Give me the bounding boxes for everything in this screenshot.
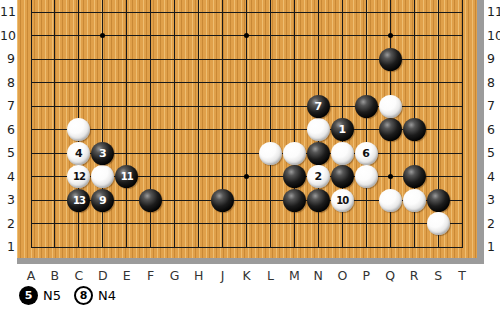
row-label-right-1: 1 [487,239,500,255]
move-number-4: 4 [67,142,90,165]
stone-white-M5 [283,142,306,165]
stone-black-C3: 13 [67,189,90,212]
stone-black-R4 [403,165,426,188]
stone-white-N6 [307,118,330,141]
move-number-6: 6 [355,142,378,165]
move-number-13: 13 [67,189,90,212]
stone-black-O6: 1 [331,118,354,141]
row-label-left-2: 2 [0,216,15,232]
column-label-R: R [405,268,423,283]
column-label-L: L [261,268,279,283]
stone-white-P4 [355,165,378,188]
move-number-11: 11 [115,165,138,188]
stone-black-S3 [427,189,450,212]
column-label-C: C [70,268,88,283]
caption-coord-n4: N4 [98,288,116,303]
stone-black-M3 [283,189,306,212]
column-label-G: G [166,268,184,283]
column-label-J: J [214,268,232,283]
stone-white-C5: 4 [67,142,90,165]
column-label-B: B [46,268,64,283]
row-label-right-9: 9 [487,51,500,67]
stone-white-Q7 [379,95,402,118]
column-label-S: S [429,268,447,283]
move-number-2: 2 [307,165,330,188]
go-board: 412311139617210 [17,0,477,258]
star-point-K4 [244,174,249,179]
move-number-12: 12 [67,165,90,188]
row-label-left-1: 1 [0,239,15,255]
star-point-Q4 [388,174,393,179]
row-label-right-4: 4 [487,169,500,185]
stone-white-O5 [331,142,354,165]
stone-white-Q3 [379,189,402,212]
stone-black-E4: 11 [115,165,138,188]
row-label-left-6: 6 [0,122,15,138]
row-label-right-5: 5 [487,145,500,161]
column-label-M: M [285,268,303,283]
star-point-D10 [100,33,105,38]
column-label-K: K [238,268,256,283]
stone-white-D4 [91,165,114,188]
stone-black-Q9 [379,48,402,71]
board-shadow-right [477,0,484,264]
move-number-1: 1 [331,118,354,141]
stone-white-C6 [67,118,90,141]
row-label-left-5: 5 [0,145,15,161]
row-label-left-11: 11 [0,4,15,20]
row-label-right-3: 3 [487,192,500,208]
row-label-left-10: 10 [0,28,15,44]
move-number-9: 9 [91,189,114,212]
row-label-right-6: 6 [487,122,500,138]
row-label-left-9: 9 [0,51,15,67]
caption-white-stone-8: 8 [74,286,93,305]
caption-black-stone-5: 5 [19,286,38,305]
caption-coord-n5: N5 [43,288,61,303]
row-label-right-11: 11 [487,4,500,20]
stone-black-M4 [283,165,306,188]
column-label-H: H [190,268,208,283]
move-number-10: 10 [331,189,354,212]
stone-white-C4: 12 [67,165,90,188]
stone-white-S2 [427,212,450,235]
row-label-right-8: 8 [487,75,500,91]
star-point-Q10 [388,33,393,38]
stone-black-F3 [139,189,162,212]
stone-black-D5: 3 [91,142,114,165]
column-label-A: A [22,268,40,283]
column-label-D: D [94,268,112,283]
stone-white-O3: 10 [331,189,354,212]
column-label-P: P [357,268,375,283]
column-label-F: F [142,268,160,283]
row-label-left-4: 4 [0,169,15,185]
stone-white-P5: 6 [355,142,378,165]
column-label-E: E [118,268,136,283]
row-label-right-2: 2 [487,216,500,232]
column-label-Q: Q [381,268,399,283]
stone-white-N4: 2 [307,165,330,188]
row-label-right-7: 7 [487,98,500,114]
stone-black-O4 [331,165,354,188]
row-label-left-3: 3 [0,192,15,208]
stone-black-N3 [307,189,330,212]
star-point-K10 [244,33,249,38]
column-label-T: T [453,268,471,283]
stone-black-J3 [211,189,234,212]
stone-black-R6 [403,118,426,141]
column-label-N: N [309,268,327,283]
stone-black-N5 [307,142,330,165]
stone-white-L5 [259,142,282,165]
stone-white-R3 [403,189,426,212]
row-label-left-8: 8 [0,75,15,91]
stone-black-P7 [355,95,378,118]
board-shadow-bottom [17,258,484,264]
row-label-right-10: 10 [487,28,500,44]
stone-black-D3: 9 [91,189,114,212]
move-number-3: 3 [91,142,114,165]
stone-black-N7: 7 [307,95,330,118]
column-label-O: O [333,268,351,283]
move-caption: 5 N5 8 N4 [19,285,116,305]
move-number-7: 7 [307,95,330,118]
row-label-left-7: 7 [0,98,15,114]
stone-black-Q6 [379,118,402,141]
